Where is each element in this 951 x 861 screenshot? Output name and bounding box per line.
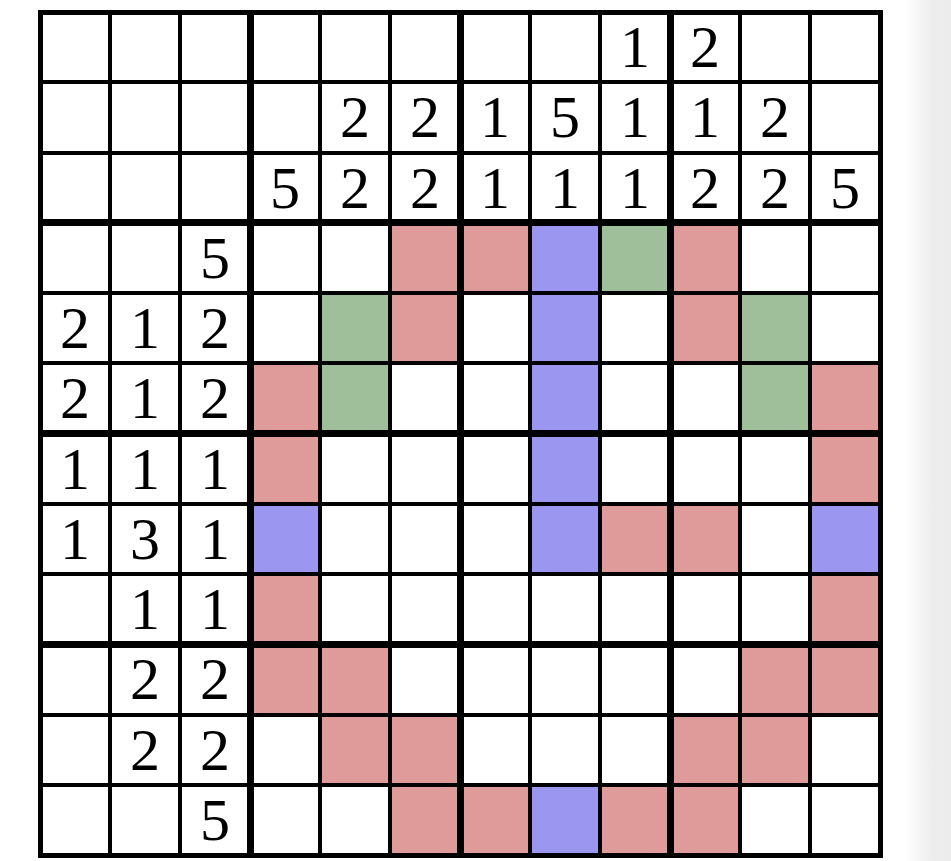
board-cell[interactable]: [530, 434, 600, 504]
column-clue-cell: 1: [670, 82, 740, 152]
row-clue-cell: [40, 574, 110, 644]
row-clue-cell: 2: [110, 715, 180, 785]
board-cell[interactable]: [600, 363, 670, 433]
column-clue-cell: 2: [740, 82, 810, 152]
column-clue-cell: 2: [390, 82, 460, 152]
board-cell[interactable]: [810, 434, 880, 504]
board-cell[interactable]: [600, 223, 670, 293]
board-cell[interactable]: [460, 785, 530, 855]
board-cell[interactable]: [250, 504, 320, 574]
board-cell[interactable]: [670, 363, 740, 433]
corner-cell: [40, 12, 110, 82]
board-cell[interactable]: [250, 223, 320, 293]
board-cell[interactable]: [390, 363, 460, 433]
board-cell[interactable]: [250, 644, 320, 714]
column-clue-cell: 1: [600, 82, 670, 152]
board-cell[interactable]: [670, 715, 740, 785]
board-cell[interactable]: [320, 644, 390, 714]
board-cell[interactable]: [600, 785, 670, 855]
board-cell[interactable]: [740, 223, 810, 293]
row-clue-cell: [110, 223, 180, 293]
board-cell[interactable]: [460, 434, 530, 504]
column-clue-cell: 1: [530, 153, 600, 223]
row-clue-cell: 5: [180, 223, 250, 293]
row-clue-cell: 5: [180, 785, 250, 855]
board-cell[interactable]: [250, 363, 320, 433]
corner-cell: [110, 82, 180, 152]
row-clue-cell: [40, 715, 110, 785]
row-clue-cell: 2: [110, 644, 180, 714]
board-cell[interactable]: [530, 715, 600, 785]
board-cell[interactable]: [810, 363, 880, 433]
board-cell[interactable]: [600, 504, 670, 574]
row-clue-cell: [110, 785, 180, 855]
column-clue-cell: 2: [320, 153, 390, 223]
board-cell[interactable]: [320, 363, 390, 433]
board-cell[interactable]: [460, 504, 530, 574]
row-clue-cell: [40, 223, 110, 293]
corner-cell: [110, 153, 180, 223]
board-cell[interactable]: [670, 574, 740, 644]
row-clue-cell: 1: [110, 363, 180, 433]
board-cell[interactable]: [670, 644, 740, 714]
column-clue-cell: [390, 12, 460, 82]
board-cell[interactable]: [250, 715, 320, 785]
column-clue-cell: 2: [670, 153, 740, 223]
board-cells-layer: 12221511252211122552122121111311122225: [40, 12, 880, 855]
row-clue-cell: 2: [180, 715, 250, 785]
board-cell[interactable]: [390, 574, 460, 644]
board-cell[interactable]: [740, 715, 810, 785]
corner-cell: [180, 82, 250, 152]
board-cell[interactable]: [320, 293, 390, 363]
row-clue-cell: 2: [180, 363, 250, 433]
board-cell[interactable]: [530, 644, 600, 714]
board-cell[interactable]: [250, 574, 320, 644]
board-cell[interactable]: [390, 715, 460, 785]
board-cell[interactable]: [320, 574, 390, 644]
board-cell[interactable]: [600, 293, 670, 363]
board-cell[interactable]: [670, 785, 740, 855]
board-cell[interactable]: [460, 715, 530, 785]
board-cell[interactable]: [740, 504, 810, 574]
column-clue-cell: 5: [810, 153, 880, 223]
column-clue-cell: 5: [530, 82, 600, 152]
board-cell[interactable]: [250, 785, 320, 855]
board-cell[interactable]: [740, 363, 810, 433]
board-cell[interactable]: [460, 293, 530, 363]
board-cell[interactable]: [320, 715, 390, 785]
board-cell[interactable]: [810, 223, 880, 293]
board-cell[interactable]: [530, 574, 600, 644]
row-clue-cell: 2: [180, 644, 250, 714]
row-clue-cell: [40, 644, 110, 714]
nonogram-page: 12221511252211122552122121111311122225: [0, 0, 951, 861]
row-clue-cell: 1: [180, 574, 250, 644]
board-cell[interactable]: [320, 785, 390, 855]
corner-cell: [40, 153, 110, 223]
column-clue-cell: [740, 12, 810, 82]
board-cell[interactable]: [390, 434, 460, 504]
board-cell[interactable]: [390, 644, 460, 714]
board-cell[interactable]: [600, 644, 670, 714]
board-cell[interactable]: [740, 293, 810, 363]
board-cell[interactable]: [460, 574, 530, 644]
row-clue-cell: 1: [40, 504, 110, 574]
board-cell[interactable]: [740, 644, 810, 714]
board-cell[interactable]: [530, 363, 600, 433]
board-cell[interactable]: [740, 434, 810, 504]
column-clue-cell: 1: [460, 153, 530, 223]
row-clue-cell: 2: [180, 293, 250, 363]
board-cell[interactable]: [390, 785, 460, 855]
column-clue-cell: [250, 82, 320, 152]
corner-cell: [40, 82, 110, 152]
page-edge-shadow: [905, 0, 951, 861]
board-cell[interactable]: [810, 785, 880, 855]
row-clue-cell: 1: [110, 434, 180, 504]
nonogram-board: 12221511252211122552122121111311122225: [40, 12, 880, 855]
row-clue-cell: 1: [180, 434, 250, 504]
board-cell[interactable]: [810, 574, 880, 644]
board-cell[interactable]: [530, 504, 600, 574]
column-clue-cell: 2: [670, 12, 740, 82]
column-clue-cell: 2: [740, 153, 810, 223]
column-clue-cell: [530, 12, 600, 82]
board-cell[interactable]: [810, 715, 880, 785]
board-cell[interactable]: [670, 504, 740, 574]
row-clue-cell: [40, 785, 110, 855]
board-cell[interactable]: [250, 434, 320, 504]
row-clue-cell: 1: [180, 504, 250, 574]
board-cell[interactable]: [810, 504, 880, 574]
board-cell[interactable]: [600, 434, 670, 504]
board-cell[interactable]: [390, 293, 460, 363]
column-clue-cell: [460, 12, 530, 82]
row-clue-cell: 1: [40, 434, 110, 504]
column-clue-cell: [250, 12, 320, 82]
board-cell[interactable]: [670, 434, 740, 504]
board-cell[interactable]: [740, 574, 810, 644]
board-cell[interactable]: [810, 293, 880, 363]
column-clue-cell: 5: [250, 153, 320, 223]
corner-cell: [110, 12, 180, 82]
column-clue-cell: [810, 12, 880, 82]
column-clue-cell: 1: [600, 12, 670, 82]
board-cell[interactable]: [530, 785, 600, 855]
board-cell[interactable]: [600, 574, 670, 644]
board-cell[interactable]: [740, 785, 810, 855]
board-cell[interactable]: [250, 293, 320, 363]
row-clue-cell: 2: [40, 293, 110, 363]
corner-cell: [180, 12, 250, 82]
board-cell[interactable]: [390, 223, 460, 293]
board-cell[interactable]: [530, 293, 600, 363]
column-clue-cell: 2: [390, 153, 460, 223]
board-cell[interactable]: [320, 504, 390, 574]
board-cell[interactable]: [670, 223, 740, 293]
board-cell[interactable]: [390, 504, 460, 574]
corner-cell: [180, 153, 250, 223]
column-clue-cell: [320, 12, 390, 82]
column-clue-cell: [810, 82, 880, 152]
board-cell[interactable]: [810, 644, 880, 714]
board-cell[interactable]: [460, 223, 530, 293]
board-cell[interactable]: [320, 434, 390, 504]
row-clue-cell: 1: [110, 293, 180, 363]
row-clue-cell: 2: [40, 363, 110, 433]
row-clue-cell: 3: [110, 504, 180, 574]
row-clue-cell: 1: [110, 574, 180, 644]
board-cell[interactable]: [320, 223, 390, 293]
column-clue-cell: 2: [320, 82, 390, 152]
board-cell[interactable]: [600, 715, 670, 785]
column-clue-cell: 1: [600, 153, 670, 223]
board-cell[interactable]: [530, 223, 600, 293]
board-cell[interactable]: [460, 644, 530, 714]
board-cell[interactable]: [670, 293, 740, 363]
board-cell[interactable]: [460, 363, 530, 433]
column-clue-cell: 1: [460, 82, 530, 152]
